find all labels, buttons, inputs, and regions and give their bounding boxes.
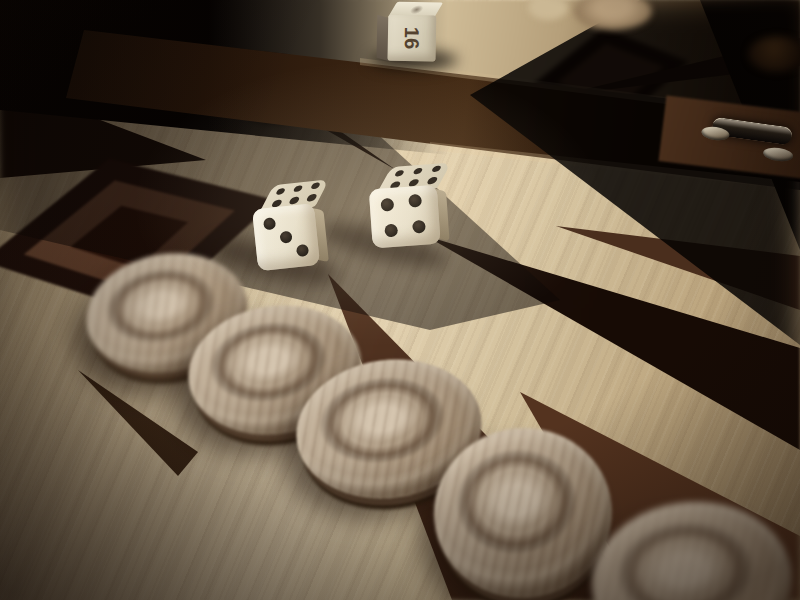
cube-front-face: 16 <box>387 15 436 62</box>
pip <box>384 224 398 238</box>
pip <box>275 188 286 195</box>
pip <box>292 185 303 192</box>
far-checker-dark-4[interactable] <box>748 36 800 72</box>
pip <box>412 220 426 234</box>
pip <box>412 168 423 175</box>
far-checker-dark-3[interactable] <box>236 78 308 124</box>
hinge <box>701 112 800 167</box>
far-checker-dark-2[interactable] <box>164 60 242 112</box>
pip <box>431 165 442 172</box>
far-checker-light-2[interactable] <box>574 0 652 30</box>
cube-value-label: 16 <box>388 14 435 63</box>
pip <box>296 244 309 257</box>
pip <box>279 231 292 244</box>
die-right[interactable] <box>367 164 444 249</box>
pip <box>426 177 439 185</box>
pip <box>305 194 318 202</box>
die-right-front-face <box>369 185 441 249</box>
cube-top-mark <box>408 5 425 14</box>
pip <box>394 170 405 177</box>
backgammon-photo-scene: 16 <box>0 0 800 600</box>
pip <box>263 217 276 230</box>
far-checker-dark-1[interactable] <box>98 44 172 94</box>
die-left[interactable] <box>250 181 325 273</box>
far-checker-light-1[interactable] <box>528 0 568 20</box>
doubling-cube[interactable]: 16 <box>376 1 439 62</box>
pip <box>408 194 422 208</box>
pip <box>288 196 301 204</box>
pip <box>310 182 321 189</box>
pip <box>380 198 394 212</box>
die-left-front-face <box>252 203 320 271</box>
diamond-inlay-far <box>531 24 691 130</box>
hinge-screw-plate-right <box>762 146 794 163</box>
checker-light-5[interactable] <box>585 494 798 600</box>
